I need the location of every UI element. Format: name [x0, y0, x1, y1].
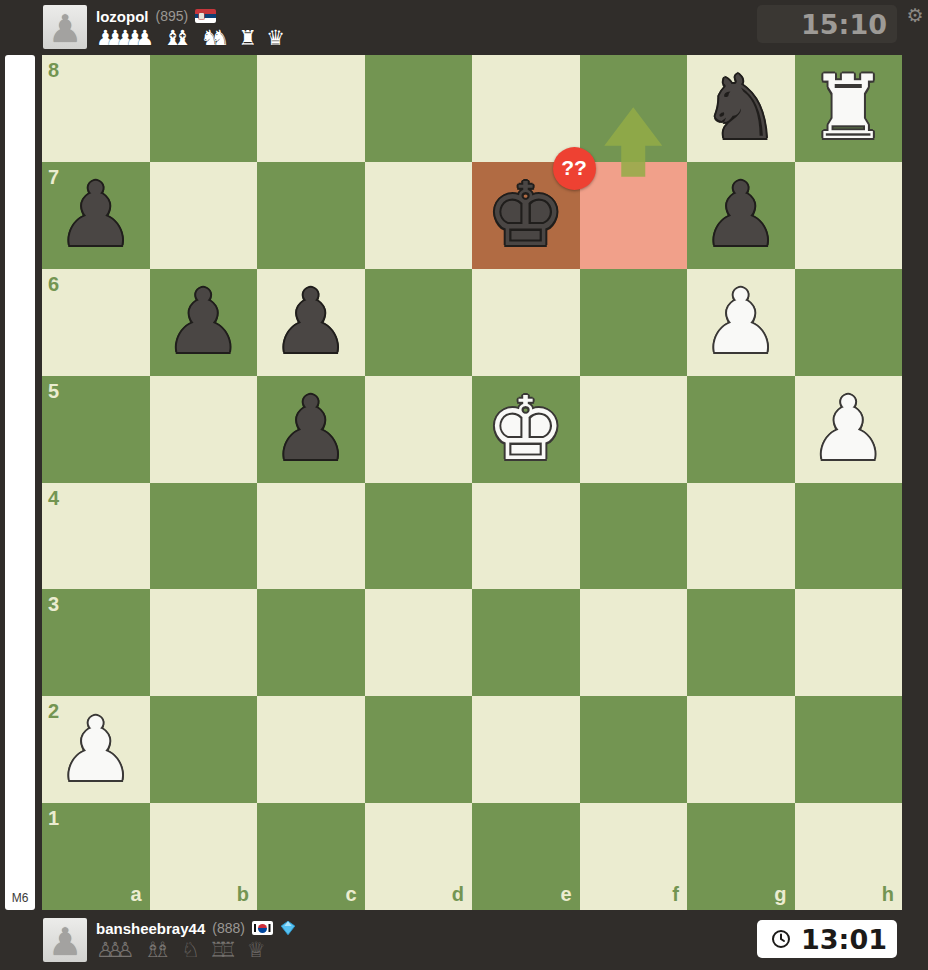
square-b5[interactable] — [150, 376, 258, 483]
square-c7[interactable] — [257, 162, 365, 269]
captured-knight-icon: ♞ — [211, 27, 230, 49]
file-label-f: f — [672, 883, 679, 906]
black-knight-g8[interactable]: ♞ — [687, 55, 795, 162]
captured-bishop-icon: ♗ — [153, 939, 172, 961]
square-c4[interactable] — [257, 483, 365, 590]
captured-pawn-group: ♟♟♟♟♟ — [96, 27, 154, 49]
chess-board: 8♞♜7♟♚♟6♟♟♟5♟♚♟432♟1abcdefgh ?? — [42, 55, 902, 910]
square-f4[interactable] — [580, 483, 688, 590]
bottom-player-rating: (888) — [212, 920, 245, 936]
rank-label-4: 4 — [48, 487, 59, 510]
rank-label-2: 2 — [48, 700, 59, 723]
top-player-bar: ♟ lozopol (895) ♟♟♟♟♟♝♝♞♞♜♛ 15:10 ⚙ — [0, 0, 928, 55]
square-c5[interactable]: ♟ — [257, 376, 365, 483]
captured-knight-icon: ♘ — [181, 939, 200, 961]
captured-pawn-group: ♙♙♙ — [96, 939, 134, 961]
file-label-b: b — [237, 883, 249, 906]
top-player-avatar[interactable]: ♟ — [43, 5, 87, 49]
square-h2[interactable] — [795, 696, 903, 803]
square-c1[interactable]: c — [257, 803, 365, 910]
square-b1[interactable]: b — [150, 803, 258, 910]
square-b6[interactable]: ♟ — [150, 269, 258, 376]
bottom-player-name[interactable]: bansheebray44 — [96, 920, 205, 937]
bottom-player-clock: 13:01 — [757, 920, 897, 958]
square-g8[interactable]: ♞ — [687, 55, 795, 162]
avatar-pawn-icon: ♟ — [48, 9, 82, 49]
top-captured-pieces: ♟♟♟♟♟♝♝♞♞♜♛ — [96, 26, 285, 50]
square-e8[interactable] — [472, 55, 580, 162]
rank-label-3: 3 — [48, 593, 59, 616]
square-d2[interactable] — [365, 696, 473, 803]
evaluation-label: M6 — [5, 891, 35, 905]
square-a4[interactable]: 4 — [42, 483, 150, 590]
square-d5[interactable] — [365, 376, 473, 483]
rank-label-7: 7 — [48, 166, 59, 189]
square-a6[interactable]: 6 — [42, 269, 150, 376]
square-a1[interactable]: 1a — [42, 803, 150, 910]
square-g7[interactable]: ♟ — [687, 162, 795, 269]
square-c2[interactable] — [257, 696, 365, 803]
file-label-c: c — [345, 883, 356, 906]
square-a3[interactable]: 3 — [42, 589, 150, 696]
black-pawn-g7[interactable]: ♟ — [687, 162, 795, 269]
square-g2[interactable] — [687, 696, 795, 803]
file-label-e: e — [560, 883, 571, 906]
captured-queen-icon: ♛ — [266, 27, 285, 49]
square-d4[interactable] — [365, 483, 473, 590]
square-h7[interactable] — [795, 162, 903, 269]
square-e4[interactable] — [472, 483, 580, 590]
square-a5[interactable]: 5 — [42, 376, 150, 483]
captured-rook-group: ♖♖ — [209, 939, 238, 961]
square-b8[interactable] — [150, 55, 258, 162]
square-h6[interactable] — [795, 269, 903, 376]
square-f2[interactable] — [580, 696, 688, 803]
square-d3[interactable] — [365, 589, 473, 696]
captured-pawn-icon: ♙ — [116, 939, 135, 961]
clock-icon — [771, 929, 791, 949]
square-f5[interactable] — [580, 376, 688, 483]
square-e3[interactable] — [472, 589, 580, 696]
captured-queen-group: ♛ — [266, 27, 285, 49]
square-g3[interactable] — [687, 589, 795, 696]
file-label-h: h — [882, 883, 894, 906]
square-g5[interactable] — [687, 376, 795, 483]
square-a2[interactable]: 2♟ — [42, 696, 150, 803]
square-h8[interactable]: ♜ — [795, 55, 903, 162]
premium-diamond-icon — [280, 920, 296, 936]
square-h1[interactable]: h — [795, 803, 903, 910]
square-h4[interactable] — [795, 483, 903, 590]
square-b2[interactable] — [150, 696, 258, 803]
square-e6[interactable] — [472, 269, 580, 376]
square-e2[interactable] — [472, 696, 580, 803]
black-pawn-c6[interactable]: ♟ — [257, 269, 365, 376]
bottom-player-avatar[interactable]: ♟ — [43, 918, 87, 962]
square-f6[interactable] — [580, 269, 688, 376]
square-d7[interactable] — [365, 162, 473, 269]
file-label-d: d — [452, 883, 464, 906]
square-e5[interactable]: ♚ — [472, 376, 580, 483]
captured-rook-group: ♜ — [238, 27, 257, 49]
captured-rook-icon: ♜ — [238, 27, 257, 49]
square-h5[interactable]: ♟ — [795, 376, 903, 483]
captured-bishop-group: ♗♗ — [143, 939, 172, 961]
korea-flag-icon — [252, 921, 273, 935]
black-king-e7[interactable]: ♚ — [472, 162, 580, 269]
square-f1[interactable]: f — [580, 803, 688, 910]
white-king-e5[interactable]: ♚ — [472, 376, 580, 483]
captured-bishop-icon: ♝ — [173, 27, 192, 49]
square-d6[interactable] — [365, 269, 473, 376]
rank-label-1: 1 — [48, 807, 59, 830]
captured-pawn-icon: ♟ — [135, 27, 154, 49]
captured-queen-icon: ♕ — [247, 939, 266, 961]
square-e7[interactable]: ♚ — [472, 162, 580, 269]
square-f8[interactable] — [580, 55, 688, 162]
avatar-pawn-icon: ♟ — [48, 922, 82, 962]
bottom-captured-pieces: ♙♙♙♗♗♘♖♖♕ — [96, 938, 265, 962]
square-c8[interactable] — [257, 55, 365, 162]
square-b7[interactable] — [150, 162, 258, 269]
square-c6[interactable]: ♟ — [257, 269, 365, 376]
square-b4[interactable] — [150, 483, 258, 590]
square-e1[interactable]: e — [472, 803, 580, 910]
game-screen: ♟ lozopol (895) ♟♟♟♟♟♝♝♞♞♜♛ 15:10 ⚙ M6 8… — [0, 0, 928, 970]
serbia-flag-icon — [195, 9, 216, 23]
rank-label-6: 6 — [48, 273, 59, 296]
file-label-g: g — [774, 883, 786, 906]
white-pawn-g6[interactable]: ♟ — [687, 269, 795, 376]
rank-label-5: 5 — [48, 380, 59, 403]
square-d8[interactable] — [365, 55, 473, 162]
square-c3[interactable] — [257, 589, 365, 696]
black-pawn-c5[interactable]: ♟ — [257, 376, 365, 483]
rank-label-8: 8 — [48, 59, 59, 82]
settings-gear-icon[interactable]: ⚙ — [903, 3, 927, 27]
black-pawn-b6[interactable]: ♟ — [150, 269, 258, 376]
square-b3[interactable] — [150, 589, 258, 696]
top-player-rating: (895) — [156, 8, 189, 24]
captured-bishop-group: ♝♝ — [163, 27, 192, 49]
square-f3[interactable] — [580, 589, 688, 696]
square-g4[interactable] — [687, 483, 795, 590]
captured-rook-icon: ♖ — [219, 939, 238, 961]
square-a8[interactable]: 8 — [42, 55, 150, 162]
white-pawn-h5[interactable]: ♟ — [795, 376, 903, 483]
top-player-name[interactable]: lozopol — [96, 8, 149, 25]
square-a7[interactable]: 7♟ — [42, 162, 150, 269]
white-rook-h8[interactable]: ♜ — [795, 55, 903, 162]
board-grid: 8♞♜7♟♚♟6♟♟♟5♟♚♟432♟1abcdefgh — [42, 55, 902, 910]
evaluation-bar: M6 — [5, 55, 35, 910]
square-f7[interactable] — [580, 162, 688, 269]
file-label-a: a — [130, 883, 141, 906]
square-g1[interactable]: g — [687, 803, 795, 910]
square-g6[interactable]: ♟ — [687, 269, 795, 376]
captured-knight-group: ♞♞ — [201, 27, 230, 49]
square-h3[interactable] — [795, 589, 903, 696]
top-player-clock: 15:10 — [757, 5, 897, 43]
captured-queen-group: ♕ — [247, 939, 266, 961]
captured-knight-group: ♘ — [181, 939, 200, 961]
square-d1[interactable]: d — [365, 803, 473, 910]
